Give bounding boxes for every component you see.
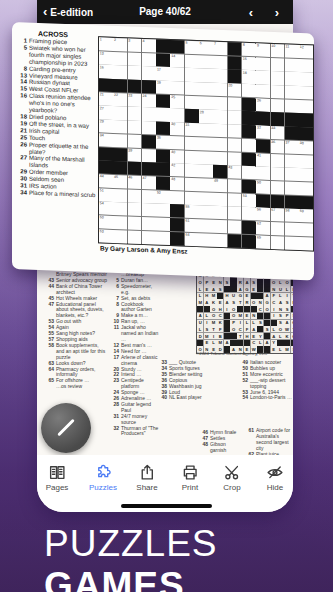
grid-cell[interactable] (185, 68, 199, 82)
solution-letter-cell: A (277, 299, 283, 305)
grid-cell[interactable] (199, 151, 213, 165)
home-indicator[interactable] (121, 504, 212, 508)
grid-cell[interactable]: 38 (299, 141, 313, 155)
grid-cell[interactable] (156, 231, 170, 245)
grid-cell[interactable] (213, 138, 227, 152)
grid-cell[interactable]: 64 (185, 232, 199, 246)
grid-cell[interactable] (213, 233, 227, 247)
share-label: Share (136, 483, 157, 492)
grid-cell[interactable] (128, 107, 142, 121)
cell-number: 7 (214, 42, 216, 46)
grid-cell[interactable]: 45 (113, 175, 127, 189)
grid-cell[interactable]: 63 (99, 229, 113, 243)
grid-cell[interactable] (156, 217, 170, 231)
grid-cell[interactable] (142, 66, 156, 80)
grid-cell[interactable] (299, 86, 313, 100)
pages-button[interactable]: Pages (37, 463, 79, 492)
solution-letter-cell: H (204, 293, 210, 299)
grid-cell[interactable]: 33 (271, 126, 285, 140)
grid-cell[interactable] (285, 99, 299, 113)
grid-cell[interactable]: 8 (242, 43, 256, 57)
grid-cell[interactable] (299, 223, 313, 237)
solution-letter-cell: T (237, 299, 243, 305)
solution-letter-cell: M (237, 313, 243, 319)
grid-cell[interactable] (128, 216, 142, 230)
grid-cell[interactable]: 21 (99, 92, 113, 106)
grid-cell[interactable] (128, 134, 142, 148)
grid-cell[interactable]: 35 (156, 135, 170, 149)
grid-cell[interactable] (113, 202, 127, 216)
grid-cell[interactable] (113, 216, 127, 230)
cell-number: 28 (200, 110, 204, 114)
grid-cell[interactable]: 31 (185, 123, 199, 137)
grid-cell[interactable] (113, 188, 127, 202)
solution-black-cell (224, 333, 230, 339)
grid-cell[interactable] (199, 82, 213, 96)
grid-cell[interactable]: 42 (170, 163, 184, 177)
cell-number: 33 (271, 126, 275, 130)
grid-cell[interactable] (128, 66, 142, 80)
grid-cell[interactable] (170, 81, 184, 95)
grid-cell[interactable] (271, 222, 285, 236)
black-cell (242, 234, 256, 248)
grid-cell[interactable]: 40 (170, 150, 184, 164)
grid-cell[interactable] (113, 106, 127, 120)
grid-cell[interactable] (142, 148, 156, 162)
solution-letter-cell: A (197, 313, 203, 319)
grid-cell[interactable] (142, 190, 156, 204)
grid-cell[interactable] (271, 71, 285, 85)
grid-cell[interactable] (213, 55, 227, 69)
grid-cell[interactable] (213, 192, 227, 206)
black-cell (228, 70, 242, 84)
solution-letter-cell: A (264, 340, 270, 346)
grid-cell[interactable]: 54 (99, 202, 113, 216)
solution-letter-cell: N (251, 313, 257, 319)
grid-cell[interactable]: 2 (113, 38, 127, 52)
pencil-icon (57, 419, 75, 437)
grid-cell[interactable] (285, 222, 299, 236)
solution-letter-cell: L (204, 313, 210, 319)
black-cell (285, 127, 299, 141)
grid-cell[interactable]: 53 (242, 193, 256, 207)
grid-cell[interactable]: 12 (299, 45, 313, 59)
grid-cell[interactable] (299, 155, 313, 169)
solution-letter-cell: I (271, 306, 277, 312)
grid-cell[interactable] (199, 137, 213, 151)
grid-cell[interactable]: 19 (156, 81, 170, 95)
grid-cell[interactable] (199, 219, 213, 233)
grid-cell[interactable] (170, 109, 184, 123)
grid-cell[interactable] (185, 178, 199, 192)
grid-cell[interactable] (256, 57, 270, 71)
cell-number: 17 (157, 67, 161, 71)
solution-black-cell (197, 306, 203, 312)
solution-black-cell (237, 340, 243, 346)
grid-cell[interactable]: 57 (271, 208, 285, 222)
grid-cell[interactable]: 44 (99, 174, 113, 188)
grid-cell[interactable] (242, 139, 256, 153)
grid-cell[interactable]: 17 (156, 67, 170, 81)
grid-cell[interactable] (142, 121, 156, 135)
page-clue: 58Book supplements, and an apt title for… (46, 343, 108, 361)
grid-cell[interactable] (271, 58, 285, 72)
solution-black-cell (251, 306, 257, 312)
grid-cell[interactable]: 5 (185, 41, 199, 55)
grid-cell[interactable]: 49 (213, 179, 227, 193)
across-clues-continued: Britney Spears memoir43Senior advocacy g… (46, 272, 108, 390)
grid-cell[interactable] (271, 85, 285, 99)
grid-cell[interactable] (113, 65, 127, 79)
grid-cell[interactable] (271, 153, 285, 167)
cell-number: 40 (171, 150, 175, 154)
grid-cell[interactable] (228, 220, 242, 234)
solution-letter-cell: E (244, 293, 250, 299)
solution-black-cell (244, 306, 250, 312)
black-cell (213, 165, 227, 179)
grid-cell[interactable] (199, 123, 213, 137)
grid-cell[interactable]: 55 (185, 205, 199, 219)
grid-cell[interactable] (185, 150, 199, 164)
grid-cell[interactable] (213, 83, 227, 97)
grid-cell[interactable] (185, 136, 199, 150)
grid-cell[interactable] (142, 231, 156, 245)
grid-cell[interactable] (285, 181, 299, 195)
grid-cell[interactable] (256, 71, 270, 85)
puzzles-button[interactable]: Puzzles (81, 463, 125, 492)
cell-number: 31 (185, 123, 189, 127)
grid-cell[interactable] (142, 217, 156, 231)
solution-letter-cell: A (224, 299, 230, 305)
solution-letter-cell: C (291, 333, 293, 339)
grid-cell[interactable]: 50 (256, 180, 270, 194)
grid-cell[interactable] (299, 182, 313, 196)
grid-cell[interactable] (199, 205, 213, 219)
cell-number: 24 (143, 94, 147, 98)
grid-cell[interactable] (213, 151, 227, 165)
solution-letter-cell: T (237, 333, 243, 339)
solution-letter-cell: N (257, 299, 263, 305)
grid-cell[interactable] (128, 189, 142, 203)
black-cell (228, 42, 242, 56)
solution-letter-cell: H (224, 293, 230, 299)
grid-cell[interactable]: 25 (170, 95, 184, 109)
grid-cell[interactable]: 30 (170, 122, 184, 136)
grid-cell[interactable]: 52 (156, 190, 170, 204)
black-cell (285, 113, 299, 127)
solution-letter-cell: C (271, 299, 277, 305)
grid-cell[interactable] (271, 99, 285, 113)
grid-cell[interactable] (228, 179, 242, 193)
grid-cell[interactable]: 60 (99, 215, 113, 229)
solution-black-cell (244, 340, 250, 346)
next-page-button[interactable]: › (275, 4, 279, 20)
grid-cell[interactable] (271, 181, 285, 195)
grid-cell[interactable]: 34 (99, 133, 113, 147)
grid-cell[interactable] (228, 97, 242, 111)
grid-cell[interactable]: 65 (256, 235, 270, 249)
grid-cell[interactable] (185, 95, 199, 109)
grid-cell[interactable] (213, 124, 227, 138)
grid-cell[interactable]: 39 (128, 148, 142, 162)
grid-cell[interactable]: 27 (99, 106, 113, 120)
grid-cell[interactable]: 43 (228, 165, 242, 179)
solution-letter-cell: A (284, 320, 290, 326)
solution-black-cell (197, 340, 203, 346)
grid-cell[interactable] (299, 237, 313, 251)
grid-cell[interactable] (271, 236, 285, 250)
grid-cell[interactable]: 37 (285, 140, 299, 154)
cell-number: 23 (128, 93, 132, 97)
grid-cell[interactable] (199, 55, 213, 69)
grid-cell[interactable]: 16 (99, 65, 113, 79)
solution-letter-cell: K (210, 299, 216, 305)
grid-cell[interactable]: 13 (99, 51, 113, 65)
page-title: Page 40/62 (37, 6, 293, 17)
solution-letter-cell: O (230, 313, 236, 319)
grid-cell[interactable] (213, 69, 227, 83)
solution-letter-cell: T (291, 293, 293, 299)
grid-cell[interactable]: 62 (256, 221, 270, 235)
grid-cell[interactable]: 15 (242, 57, 256, 71)
black-cell (242, 125, 256, 139)
grid-cell[interactable] (285, 72, 299, 86)
solution-black-cell (257, 293, 263, 299)
grid-cell[interactable] (113, 230, 127, 244)
grid-cell[interactable] (142, 107, 156, 121)
cell-number: 58 (286, 209, 290, 213)
solution-letter-cell: N (217, 279, 223, 285)
solution-letter-cell: L (197, 326, 203, 332)
hide-icon (266, 463, 284, 481)
solution-letter-cell: I (210, 333, 216, 339)
grid-cell[interactable] (170, 67, 184, 81)
grid-cell[interactable]: 51 (99, 188, 113, 202)
grid-cell[interactable] (199, 96, 213, 110)
cell-number: 49 (214, 179, 218, 183)
print-button[interactable]: Print (168, 463, 212, 492)
grid-cell[interactable]: 58 (285, 209, 299, 223)
grid-cell[interactable]: 20 (228, 83, 242, 97)
grid-cell[interactable]: 61 (185, 219, 199, 233)
solution-letter-cell: S (277, 313, 283, 319)
page-clue: 44Bank of China Tower architect (46, 284, 108, 296)
grid-cell[interactable]: 3 (128, 38, 142, 52)
solution-letter-cell: O (230, 306, 236, 312)
solution-letter-cell: L (197, 286, 203, 292)
grid-cell[interactable] (299, 100, 313, 114)
grid-cell[interactable] (156, 204, 170, 218)
grid-cell[interactable]: 47 (142, 176, 156, 190)
grid-cell[interactable] (285, 168, 299, 182)
clue-column-d: 61Airport code for Australia's second la… (246, 428, 293, 458)
grid-cell[interactable] (213, 96, 227, 110)
grid-cell[interactable] (199, 233, 213, 247)
grid-cell[interactable] (228, 193, 242, 207)
solution-letter-cell: O (210, 306, 216, 312)
solution-black-cell (277, 340, 283, 346)
print-label: Print (182, 483, 198, 492)
solution-letter-cell: H (244, 333, 250, 339)
solution-letter-cell: U (230, 293, 236, 299)
share-button[interactable]: Share (125, 463, 169, 492)
grid-cell[interactable]: 4 (142, 39, 156, 53)
grid-cell[interactable]: 1 (99, 37, 113, 51)
grid-cell[interactable] (128, 52, 142, 66)
grid-cell[interactable] (113, 120, 127, 134)
grid-cell[interactable]: 28 (199, 110, 213, 124)
grid-cell[interactable]: 22 (113, 93, 127, 107)
crop-button[interactable]: Crop (210, 463, 254, 492)
previous-page-button[interactable]: ‹ (249, 4, 253, 20)
grid-cell[interactable] (128, 121, 142, 135)
cell-number: 30 (171, 122, 175, 126)
solution-letter-cell: I (284, 293, 290, 299)
grid-cell[interactable] (199, 69, 213, 83)
solution-letter-cell: A (264, 293, 270, 299)
grid-cell[interactable]: 14 (170, 54, 184, 68)
grid-cell[interactable] (185, 54, 199, 68)
cell-number: 44 (100, 174, 104, 178)
grid-cell[interactable]: 23 (128, 93, 142, 107)
grid-cell[interactable]: 18 (242, 70, 256, 84)
grid-cell[interactable] (242, 207, 256, 221)
black-cell (142, 135, 156, 149)
grid-cell[interactable] (228, 124, 242, 138)
grid-cell[interactable] (285, 58, 299, 72)
across-clue-list: ACROSS 1Framing piece5Swiatek who won he… (17, 29, 97, 199)
solution-letter-cell: M (204, 333, 210, 339)
grid-cell[interactable] (271, 167, 285, 181)
grid-cell[interactable]: 10 (271, 44, 285, 58)
grid-cell[interactable]: 36 (271, 140, 285, 154)
grid-cell[interactable] (142, 53, 156, 67)
solution-black-cell (264, 333, 270, 339)
grid-cell[interactable] (185, 191, 199, 205)
grid-cell[interactable] (113, 134, 127, 148)
grid-cell[interactable] (156, 108, 170, 122)
grid-cell[interactable] (185, 164, 199, 178)
grid-cell[interactable]: 24 (142, 94, 156, 108)
grid-cell[interactable] (213, 220, 227, 234)
footer-puzzles-text: PUZZLES (44, 524, 218, 564)
solution-letter-cell: A (251, 326, 257, 332)
grid-cell[interactable] (170, 136, 184, 150)
page-clue: 52___-wip dessert topping (240, 378, 292, 390)
grid-cell[interactable]: 46 (128, 175, 142, 189)
grid-cell[interactable]: 9 (256, 43, 270, 57)
grid-cell[interactable]: 48 (170, 177, 184, 191)
solution-letter-cell: T (291, 326, 293, 332)
cell-number: 1 (100, 38, 102, 42)
grid-cell[interactable] (128, 230, 142, 244)
solution-letter-cell: O (284, 279, 290, 285)
cell-number: 60 (100, 215, 104, 219)
grid-cell[interactable]: 29 (99, 119, 113, 133)
solution-letter-cell: I (224, 306, 230, 312)
grid-cell[interactable] (299, 168, 313, 182)
grid-cell[interactable] (213, 110, 227, 124)
grid-cell[interactable] (285, 86, 299, 100)
grid-cell[interactable] (285, 154, 299, 168)
solution-letter-cell: S (284, 299, 290, 305)
black-cell (156, 40, 170, 54)
grid-cell[interactable] (199, 164, 213, 178)
grid-cell[interactable]: 11 (285, 44, 299, 58)
grid-cell[interactable] (228, 111, 242, 125)
grid-cell[interactable] (256, 167, 270, 181)
solution-letter-cell: O (264, 306, 270, 312)
hide-button[interactable]: Hide (253, 463, 293, 492)
black-cell (299, 113, 313, 127)
black-cell (128, 162, 142, 176)
grid-cell[interactable]: 59 (299, 209, 313, 223)
grid-cell[interactable] (228, 152, 242, 166)
annotate-fab-button[interactable] (41, 403, 91, 453)
solution-letter-cell: G (244, 286, 250, 292)
grid-cell[interactable] (228, 138, 242, 152)
grid-cell[interactable] (185, 82, 199, 96)
page-clue: 40NL East player (159, 395, 222, 401)
solution-black-cell (284, 340, 290, 346)
solution-letter-cell: M (217, 340, 223, 346)
grid-cell[interactable] (299, 72, 313, 86)
solution-letter-cell: B (217, 333, 223, 339)
solution-letter-cell: S (217, 286, 223, 292)
grid-cell[interactable] (213, 206, 227, 220)
black-cell (156, 163, 170, 177)
grid-cell[interactable]: 6 (199, 41, 213, 55)
cell-number: 64 (185, 232, 189, 236)
grid-cell[interactable] (256, 84, 270, 98)
solution-letter-cell: C (257, 306, 263, 312)
grid-cell[interactable]: 41 (256, 153, 270, 167)
grid-cell[interactable]: 26 (256, 98, 270, 112)
cell-number: 25 (171, 95, 175, 99)
grid-cell[interactable] (142, 203, 156, 217)
solution-letter-cell: L (277, 333, 283, 339)
grid-cell[interactable]: 56 (256, 208, 270, 222)
solution-letter-cell: E (244, 313, 250, 319)
solution-letter-cell: K (217, 320, 223, 326)
crossword-zoom-card[interactable]: ACROSS 1Framing piece5Swiatek who won he… (12, 22, 314, 281)
cell-number: 45 (114, 175, 118, 179)
cell-number: 47 (143, 176, 147, 180)
cell-number: 13 (100, 51, 104, 55)
grid-cell[interactable] (199, 192, 213, 206)
grid-cell[interactable] (299, 59, 313, 73)
solution-letter-cell: A (224, 340, 230, 346)
cell-number: 8 (243, 43, 245, 47)
grid-cell[interactable] (228, 207, 242, 221)
solution-letter-cell: M (210, 293, 216, 299)
cell-number: 54 (100, 202, 104, 206)
grid-cell[interactable] (170, 191, 184, 205)
page-clue: 61Airport code for Australia's second la… (246, 428, 293, 452)
grid-cell[interactable] (242, 166, 256, 180)
grid-cell[interactable] (113, 52, 127, 66)
grid-cell[interactable] (199, 178, 213, 192)
grid-cell[interactable] (128, 203, 142, 217)
grid-cell[interactable] (285, 236, 299, 250)
black-cell (113, 161, 127, 175)
black-cell (242, 221, 256, 235)
grid-cell[interactable]: 7 (213, 42, 227, 56)
grid-cell[interactable] (242, 84, 256, 98)
black-cell (156, 176, 170, 190)
solution-black-cell (237, 306, 243, 312)
grid-cell[interactable]: 32 (256, 126, 270, 140)
